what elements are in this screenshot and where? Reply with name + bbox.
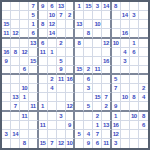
cell-r3c1[interactable]: 15 bbox=[2, 20, 11, 29]
cell-r2c5[interactable] bbox=[39, 11, 48, 20]
cell-r7c10[interactable] bbox=[84, 57, 93, 66]
cell-r1c12[interactable]: 14 bbox=[102, 2, 111, 11]
cell-r6c8[interactable] bbox=[66, 48, 75, 57]
cell-r15c16[interactable] bbox=[139, 130, 148, 139]
cell-r3c10[interactable] bbox=[84, 20, 93, 29]
cell-r9c16[interactable] bbox=[139, 75, 148, 84]
cell-r1c13[interactable]: 8 bbox=[112, 2, 121, 11]
cell-r13c10[interactable] bbox=[84, 112, 93, 121]
cell-r12c14[interactable] bbox=[121, 102, 130, 111]
cell-r16c4[interactable] bbox=[29, 139, 38, 148]
cell-r7c14[interactable]: 3 bbox=[121, 57, 130, 66]
cell-r14c2[interactable] bbox=[11, 121, 20, 130]
cell-r12c13[interactable]: 9 bbox=[112, 102, 121, 111]
cell-r3c9[interactable]: 13 bbox=[75, 20, 84, 29]
cell-r4c7[interactable] bbox=[57, 29, 66, 38]
cell-r1c10[interactable]: 15 bbox=[84, 2, 93, 11]
cell-r11c13[interactable] bbox=[112, 93, 121, 102]
cell-r5c6[interactable] bbox=[48, 39, 57, 48]
cell-r13c13[interactable]: 1 bbox=[112, 112, 121, 121]
cell-r2c2[interactable] bbox=[11, 11, 20, 20]
cell-r1c2[interactable] bbox=[11, 2, 20, 11]
cell-r10c14[interactable] bbox=[121, 84, 130, 93]
cell-r5c15[interactable]: 1 bbox=[130, 39, 139, 48]
cell-r7c2[interactable] bbox=[11, 57, 20, 66]
cell-r5c7[interactable]: 2 bbox=[57, 39, 66, 48]
cell-r5c9[interactable]: 8 bbox=[75, 39, 84, 48]
cell-r10c2[interactable] bbox=[11, 84, 20, 93]
cell-r4c6[interactable]: 14 bbox=[48, 29, 57, 38]
cell-r4c5[interactable] bbox=[39, 29, 48, 38]
cell-r8c13[interactable] bbox=[112, 66, 121, 75]
cell-r6c3[interactable]: 12 bbox=[20, 48, 29, 57]
cell-r15c3[interactable] bbox=[20, 130, 29, 139]
cell-r11c6[interactable] bbox=[48, 93, 57, 102]
cell-r5c8[interactable] bbox=[66, 39, 75, 48]
cell-r13c1[interactable] bbox=[2, 112, 11, 121]
cell-r3c5[interactable]: 8 bbox=[39, 20, 48, 29]
cell-r5c5[interactable]: 6 bbox=[39, 39, 48, 48]
cell-r14c7[interactable] bbox=[57, 121, 66, 130]
cell-r15c9[interactable]: 5 bbox=[75, 130, 84, 139]
cell-r9c5[interactable] bbox=[39, 75, 48, 84]
cell-r12c15[interactable] bbox=[130, 102, 139, 111]
cell-r1c9[interactable]: 1 bbox=[75, 2, 84, 11]
cell-r10c5[interactable] bbox=[39, 84, 48, 93]
cell-r13c11[interactable]: 2 bbox=[93, 112, 102, 121]
cell-r15c4[interactable] bbox=[29, 130, 38, 139]
cell-r15c13[interactable]: 12 bbox=[112, 130, 121, 139]
cell-r12c16[interactable] bbox=[139, 102, 148, 111]
cell-r6c2[interactable]: 8 bbox=[11, 48, 20, 57]
cell-r11c16[interactable]: 4 bbox=[139, 93, 148, 102]
cell-r9c4[interactable] bbox=[29, 75, 38, 84]
cell-r15c6[interactable] bbox=[48, 130, 57, 139]
cell-r6c7[interactable] bbox=[57, 48, 66, 57]
cell-r4c14[interactable]: 16 bbox=[121, 29, 130, 38]
cell-r9c7[interactable]: 11 bbox=[57, 75, 66, 84]
cell-r3c4[interactable]: 1 bbox=[29, 20, 38, 29]
cell-r11c2[interactable]: 13 bbox=[11, 93, 20, 102]
cell-r16c1[interactable] bbox=[2, 139, 11, 148]
cell-r6c16[interactable] bbox=[139, 48, 148, 57]
cell-r7c15[interactable] bbox=[130, 57, 139, 66]
cell-r6c4[interactable] bbox=[29, 48, 38, 57]
cell-r2c4[interactable]: 5 bbox=[29, 11, 38, 20]
cell-r13c4[interactable] bbox=[29, 112, 38, 121]
cell-r6c13[interactable] bbox=[112, 48, 121, 57]
cell-r10c7[interactable] bbox=[57, 84, 66, 93]
cell-r4c9[interactable] bbox=[75, 29, 84, 38]
cell-r13c8[interactable] bbox=[66, 112, 75, 121]
cell-r10c11[interactable] bbox=[93, 84, 102, 93]
cell-r3c7[interactable] bbox=[57, 20, 66, 29]
cell-r1c7[interactable]: 13 bbox=[57, 2, 66, 11]
cell-r9c9[interactable] bbox=[75, 75, 84, 84]
cell-r12c4[interactable]: 11 bbox=[29, 102, 38, 111]
cell-r14c1[interactable] bbox=[2, 121, 11, 130]
cell-r3c14[interactable] bbox=[121, 20, 130, 29]
cell-r4c8[interactable] bbox=[66, 29, 75, 38]
cell-r6c1[interactable]: 16 bbox=[2, 48, 11, 57]
cell-r16c3[interactable]: 8 bbox=[20, 139, 29, 148]
cell-r13c5[interactable] bbox=[39, 112, 48, 121]
cell-r3c16[interactable] bbox=[139, 20, 148, 29]
cell-r12c1[interactable] bbox=[2, 102, 11, 111]
cell-r16c13[interactable]: 3 bbox=[112, 139, 121, 148]
cell-r2c11[interactable] bbox=[93, 11, 102, 20]
cell-r13c2[interactable] bbox=[11, 112, 20, 121]
sudoku-board: 7961311531485107214315181213101112614816… bbox=[0, 0, 150, 150]
cell-r11c4[interactable] bbox=[29, 93, 38, 102]
cell-r4c2[interactable]: 12 bbox=[11, 29, 20, 38]
cell-r2c3[interactable] bbox=[20, 11, 29, 20]
cell-r16c7[interactable]: 12 bbox=[57, 139, 66, 148]
cell-r9c8[interactable]: 16 bbox=[66, 75, 75, 84]
cell-r16c9[interactable] bbox=[75, 139, 84, 148]
cell-r14c3[interactable] bbox=[20, 121, 29, 130]
cell-r12c6[interactable] bbox=[48, 102, 57, 111]
cell-r13c12[interactable] bbox=[102, 112, 111, 121]
cell-r12c3[interactable] bbox=[20, 102, 29, 111]
cell-r4c15[interactable] bbox=[130, 29, 139, 38]
cell-r7c3[interactable] bbox=[20, 57, 29, 66]
cell-r4c13[interactable] bbox=[112, 29, 121, 38]
cell-r11c7[interactable] bbox=[57, 93, 66, 102]
cell-r8c3[interactable]: 6 bbox=[20, 66, 29, 75]
cell-r1c4[interactable]: 7 bbox=[29, 2, 38, 11]
cell-r10c15[interactable] bbox=[130, 84, 139, 93]
cell-r9c15[interactable] bbox=[130, 75, 139, 84]
cell-r9c3[interactable] bbox=[20, 75, 29, 84]
cell-r16c14[interactable] bbox=[121, 139, 130, 148]
cell-r5c2[interactable] bbox=[11, 39, 20, 48]
cell-r16c5[interactable]: 15 bbox=[39, 139, 48, 148]
cell-r7c9[interactable] bbox=[75, 57, 84, 66]
cell-r12c7[interactable] bbox=[57, 102, 66, 111]
cell-r7c12[interactable]: 16 bbox=[102, 57, 111, 66]
cell-r8c7[interactable]: 9 bbox=[57, 66, 66, 75]
cell-r8c14[interactable] bbox=[121, 66, 130, 75]
cell-r9c11[interactable] bbox=[93, 75, 102, 84]
cell-r3c3[interactable] bbox=[20, 20, 29, 29]
cell-r8c6[interactable] bbox=[48, 66, 57, 75]
cell-r5c12[interactable]: 12 bbox=[102, 39, 111, 48]
cell-r8c5[interactable] bbox=[39, 66, 48, 75]
cell-r10c12[interactable] bbox=[102, 84, 111, 93]
cell-r8c11[interactable]: 11 bbox=[93, 66, 102, 75]
cell-r16c15[interactable] bbox=[130, 139, 139, 148]
cell-r2c8[interactable]: 2 bbox=[66, 11, 75, 20]
cell-r4c16[interactable] bbox=[139, 29, 148, 38]
cell-r6c12[interactable] bbox=[102, 48, 111, 57]
cell-r14c6[interactable] bbox=[48, 121, 57, 130]
cell-r15c12[interactable] bbox=[102, 130, 111, 139]
cell-r9c1[interactable] bbox=[2, 75, 11, 84]
cell-r14c9[interactable] bbox=[75, 121, 84, 130]
cell-r4c12[interactable] bbox=[102, 29, 111, 38]
cell-r5c16[interactable] bbox=[139, 39, 148, 48]
cell-r13c6[interactable] bbox=[48, 112, 57, 121]
cell-r10c9[interactable] bbox=[75, 84, 84, 93]
cell-r3c6[interactable]: 12 bbox=[48, 20, 57, 29]
cell-r9c6[interactable]: 2 bbox=[48, 75, 57, 84]
cell-r13c15[interactable]: 10 bbox=[130, 112, 139, 121]
cell-r10c13[interactable]: 7 bbox=[112, 84, 121, 93]
cell-r5c1[interactable] bbox=[2, 39, 11, 48]
cell-r14c10[interactable] bbox=[84, 121, 93, 130]
cell-r5c10[interactable] bbox=[84, 39, 93, 48]
cell-r1c14[interactable] bbox=[121, 2, 130, 11]
cell-r2c15[interactable]: 3 bbox=[130, 11, 139, 20]
cell-r12c10[interactable]: 5 bbox=[84, 102, 93, 111]
cell-r10c16[interactable]: 2 bbox=[139, 84, 148, 93]
cell-r15c1[interactable]: 3 bbox=[2, 130, 11, 139]
cell-r7c5[interactable] bbox=[39, 57, 48, 66]
cell-r3c13[interactable] bbox=[112, 20, 121, 29]
cell-r5c3[interactable] bbox=[20, 39, 29, 48]
cell-r1c8[interactable] bbox=[66, 2, 75, 11]
cell-r2c12[interactable] bbox=[102, 11, 111, 20]
cell-r2c16[interactable] bbox=[139, 11, 148, 20]
cell-r8c8[interactable] bbox=[66, 66, 75, 75]
cell-r13c7[interactable]: 3 bbox=[57, 112, 66, 121]
cell-r10c4[interactable] bbox=[29, 84, 38, 93]
cell-r7c16[interactable] bbox=[139, 57, 148, 66]
cell-r12c11[interactable] bbox=[93, 102, 102, 111]
cell-r7c11[interactable] bbox=[93, 57, 102, 66]
cell-r12c12[interactable]: 2 bbox=[102, 102, 111, 111]
cell-r1c5[interactable]: 9 bbox=[39, 2, 48, 11]
cell-r14c5[interactable]: 11 bbox=[39, 121, 48, 130]
cell-r8c15[interactable] bbox=[130, 66, 139, 75]
cell-r11c8[interactable] bbox=[66, 93, 75, 102]
cell-r11c10[interactable] bbox=[84, 93, 93, 102]
cell-r2c13[interactable] bbox=[112, 11, 121, 20]
cell-r15c5[interactable] bbox=[39, 130, 48, 139]
cell-r10c8[interactable] bbox=[66, 84, 75, 93]
cell-r6c11[interactable] bbox=[93, 48, 102, 57]
cell-r12c2[interactable]: 7 bbox=[11, 102, 20, 111]
cell-r7c13[interactable] bbox=[112, 57, 121, 66]
cell-r2c6[interactable]: 10 bbox=[48, 11, 57, 20]
cell-r15c10[interactable]: 4 bbox=[84, 130, 93, 139]
cell-r1c3[interactable] bbox=[20, 2, 29, 11]
cell-r1c15[interactable] bbox=[130, 2, 139, 11]
cell-r7c8[interactable] bbox=[66, 57, 75, 66]
cell-r14c14[interactable] bbox=[121, 121, 130, 130]
cell-r4c11[interactable] bbox=[93, 29, 102, 38]
cell-r14c16[interactable]: 6 bbox=[139, 121, 148, 130]
cell-r5c11[interactable] bbox=[93, 39, 102, 48]
cell-r6c14[interactable]: 4 bbox=[121, 48, 130, 57]
cell-r7c4[interactable]: 15 bbox=[29, 57, 38, 66]
cell-r16c12[interactable]: 11 bbox=[102, 139, 111, 148]
cell-r15c7[interactable] bbox=[57, 130, 66, 139]
cell-r5c14[interactable] bbox=[121, 39, 130, 48]
cell-r6c10[interactable] bbox=[84, 48, 93, 57]
cell-r14c15[interactable] bbox=[130, 121, 139, 130]
cell-r4c1[interactable]: 11 bbox=[2, 29, 11, 38]
cell-r11c3[interactable]: 1 bbox=[20, 93, 29, 102]
cell-r8c9[interactable]: 15 bbox=[75, 66, 84, 75]
cell-r1c16[interactable] bbox=[139, 2, 148, 11]
cell-r11c14[interactable]: 10 bbox=[121, 93, 130, 102]
cell-r9c2[interactable] bbox=[11, 75, 20, 84]
cell-r13c3[interactable]: 11 bbox=[20, 112, 29, 121]
cell-r11c1[interactable] bbox=[2, 93, 11, 102]
cell-r7c7[interactable]: 5 bbox=[57, 57, 66, 66]
cell-r2c1[interactable] bbox=[2, 11, 11, 20]
cell-r6c15[interactable]: 6 bbox=[130, 48, 139, 57]
cell-r10c1[interactable] bbox=[2, 84, 11, 93]
cell-r16c11[interactable]: 6 bbox=[93, 139, 102, 148]
cell-r7c6[interactable] bbox=[48, 57, 57, 66]
cell-r14c11[interactable]: 1 bbox=[93, 121, 102, 130]
cell-r12c9[interactable] bbox=[75, 102, 84, 111]
cell-r6c5[interactable]: 11 bbox=[39, 48, 48, 57]
cell-r13c9[interactable] bbox=[75, 112, 84, 121]
cell-r2c10[interactable] bbox=[84, 11, 93, 20]
cell-r1c11[interactable]: 3 bbox=[93, 2, 102, 11]
cell-r9c10[interactable]: 6 bbox=[84, 75, 93, 84]
cell-r14c8[interactable]: 9 bbox=[66, 121, 75, 130]
cell-r13c16[interactable]: 8 bbox=[139, 112, 148, 121]
cell-r6c9[interactable] bbox=[75, 48, 84, 57]
cell-r1c1[interactable] bbox=[2, 2, 11, 11]
cell-r8c10[interactable]: 2 bbox=[84, 66, 93, 75]
cell-r9c12[interactable] bbox=[102, 75, 111, 84]
cell-r2c9[interactable] bbox=[75, 11, 84, 20]
cell-r3c8[interactable] bbox=[66, 20, 75, 29]
cell-r6c6[interactable]: 1 bbox=[48, 48, 57, 57]
cell-r3c2[interactable] bbox=[11, 20, 20, 29]
cell-r8c12[interactable] bbox=[102, 66, 111, 75]
cell-r8c1[interactable] bbox=[2, 66, 11, 75]
cell-r4c4[interactable]: 6 bbox=[29, 29, 38, 38]
cell-r4c10[interactable]: 8 bbox=[84, 29, 93, 38]
cell-r14c13[interactable]: 16 bbox=[112, 121, 121, 130]
cell-r8c4[interactable] bbox=[29, 66, 38, 75]
cell-r10c3[interactable]: 10 bbox=[20, 84, 29, 93]
cell-r11c12[interactable]: 7 bbox=[102, 93, 111, 102]
cell-r15c14[interactable] bbox=[121, 130, 130, 139]
cell-r2c7[interactable]: 7 bbox=[57, 11, 66, 20]
cell-r3c11[interactable]: 10 bbox=[93, 20, 102, 29]
cell-r3c15[interactable] bbox=[130, 20, 139, 29]
cell-r12c5[interactable]: 1 bbox=[39, 102, 48, 111]
cell-r4c3[interactable] bbox=[20, 29, 29, 38]
cell-r13c14[interactable] bbox=[121, 112, 130, 121]
cell-r1c6[interactable]: 6 bbox=[48, 2, 57, 11]
cell-r12c8[interactable]: 12 bbox=[66, 102, 75, 111]
cell-r10c6[interactable]: 4 bbox=[48, 84, 57, 93]
cell-r16c8[interactable]: 10 bbox=[66, 139, 75, 148]
cell-r15c2[interactable]: 14 bbox=[11, 130, 20, 139]
cell-r11c15[interactable]: 8 bbox=[130, 93, 139, 102]
cell-r5c13[interactable]: 10 bbox=[112, 39, 121, 48]
cell-r15c11[interactable]: 7 bbox=[93, 130, 102, 139]
cell-r14c4[interactable] bbox=[29, 121, 38, 130]
cell-r7c1[interactable]: 9 bbox=[2, 57, 11, 66]
cell-r16c16[interactable] bbox=[139, 139, 148, 148]
cell-r16c6[interactable]: 7 bbox=[48, 139, 57, 148]
cell-r8c2[interactable] bbox=[11, 66, 20, 75]
cell-r8c16[interactable] bbox=[139, 66, 148, 75]
cell-r11c5[interactable] bbox=[39, 93, 48, 102]
cell-r16c2[interactable] bbox=[11, 139, 20, 148]
cell-r2c14[interactable]: 14 bbox=[121, 11, 130, 20]
cell-r15c15[interactable] bbox=[130, 130, 139, 139]
cell-r11c9[interactable] bbox=[75, 93, 84, 102]
cell-r11c11[interactable]: 15 bbox=[93, 93, 102, 102]
cell-r14c12[interactable]: 13 bbox=[102, 121, 111, 130]
cell-r9c14[interactable] bbox=[121, 75, 130, 84]
cell-r16c10[interactable]: 9 bbox=[84, 139, 93, 148]
cell-r10c10[interactable]: 3 bbox=[84, 84, 93, 93]
cell-r9c13[interactable]: 5 bbox=[112, 75, 121, 84]
cell-r15c8[interactable] bbox=[66, 130, 75, 139]
cell-r3c12[interactable] bbox=[102, 20, 111, 29]
cell-r5c4[interactable]: 13 bbox=[29, 39, 38, 48]
